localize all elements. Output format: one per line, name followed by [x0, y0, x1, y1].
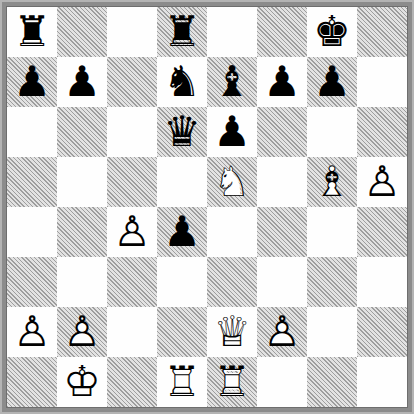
square-a2[interactable]: ♟♙ [7, 307, 57, 357]
piece-black-pawn[interactable]: ♟ [57, 57, 107, 107]
square-g1[interactable] [307, 357, 357, 407]
square-a8[interactable]: ♜ [7, 7, 57, 57]
piece-white-bishop[interactable]: ♝♗ [307, 157, 357, 207]
square-h1[interactable] [357, 357, 407, 407]
bR-glyph: ♜ [7, 7, 57, 57]
square-e1[interactable]: ♜♖ [207, 357, 257, 407]
bB-glyph: ♝ [207, 57, 257, 107]
square-a4[interactable] [7, 207, 57, 257]
square-h3[interactable] [357, 257, 407, 307]
square-e7[interactable]: ♝ [207, 57, 257, 107]
square-a3[interactable] [7, 257, 57, 307]
square-f2[interactable]: ♟♙ [257, 307, 307, 357]
square-d3[interactable] [157, 257, 207, 307]
wB-glyph: ♗ [307, 157, 357, 207]
square-d5[interactable] [157, 157, 207, 207]
square-e5[interactable]: ♞♘ [207, 157, 257, 207]
square-g3[interactable] [307, 257, 357, 307]
square-b7[interactable]: ♟ [57, 57, 107, 107]
square-c2[interactable] [107, 307, 157, 357]
square-f1[interactable] [257, 357, 307, 407]
bP-glyph: ♟ [207, 107, 257, 157]
square-b4[interactable] [57, 207, 107, 257]
bR-glyph: ♜ [157, 7, 207, 57]
square-f8[interactable] [257, 7, 307, 57]
piece-white-rook[interactable]: ♜♖ [207, 357, 257, 407]
bP-glyph: ♟ [257, 57, 307, 107]
square-d1[interactable]: ♜♖ [157, 357, 207, 407]
square-g5[interactable]: ♝♗ [307, 157, 357, 207]
wN-glyph: ♘ [207, 157, 257, 207]
piece-black-pawn[interactable]: ♟ [207, 107, 257, 157]
square-c7[interactable] [107, 57, 157, 107]
square-h5[interactable]: ♟♙ [357, 157, 407, 207]
square-c3[interactable] [107, 257, 157, 307]
square-f6[interactable] [257, 107, 307, 157]
piece-white-pawn[interactable]: ♟♙ [57, 307, 107, 357]
board-frame: ♜♜♚♟♟♞♝♟♟♛♟♞♘♝♗♟♙♟♙♟♟♙♟♙♛♕♟♙♚♔♜♖♜♖ [0, 0, 414, 414]
square-a5[interactable] [7, 157, 57, 207]
square-h7[interactable] [357, 57, 407, 107]
square-b5[interactable] [57, 157, 107, 207]
board-inner-edge: ♜♜♚♟♟♞♝♟♟♛♟♞♘♝♗♟♙♟♙♟♟♙♟♙♛♕♟♙♚♔♜♖♜♖ [6, 6, 408, 408]
piece-black-pawn[interactable]: ♟ [257, 57, 307, 107]
square-b8[interactable] [57, 7, 107, 57]
square-b6[interactable] [57, 107, 107, 157]
wQ-glyph: ♕ [207, 307, 257, 357]
wR-glyph: ♖ [157, 357, 207, 407]
square-g8[interactable]: ♚ [307, 7, 357, 57]
piece-white-knight[interactable]: ♞♘ [207, 157, 257, 207]
square-g2[interactable] [307, 307, 357, 357]
piece-white-rook[interactable]: ♜♖ [157, 357, 207, 407]
square-c4[interactable]: ♟♙ [107, 207, 157, 257]
square-e2[interactable]: ♛♕ [207, 307, 257, 357]
square-d6[interactable]: ♛ [157, 107, 207, 157]
square-h6[interactable] [357, 107, 407, 157]
square-f5[interactable] [257, 157, 307, 207]
piece-white-pawn[interactable]: ♟♙ [357, 157, 407, 207]
piece-white-pawn[interactable]: ♟♙ [7, 307, 57, 357]
bP-glyph: ♟ [7, 57, 57, 107]
square-e3[interactable] [207, 257, 257, 307]
piece-black-rook[interactable]: ♜ [7, 7, 57, 57]
wK-glyph: ♔ [57, 357, 107, 407]
square-f7[interactable]: ♟ [257, 57, 307, 107]
square-a7[interactable]: ♟ [7, 57, 57, 107]
square-b3[interactable] [57, 257, 107, 307]
square-d2[interactable] [157, 307, 207, 357]
piece-black-knight[interactable]: ♞ [157, 57, 207, 107]
piece-white-king[interactable]: ♚♔ [57, 357, 107, 407]
square-b1[interactable]: ♚♔ [57, 357, 107, 407]
piece-white-pawn[interactable]: ♟♙ [257, 307, 307, 357]
wP-glyph: ♙ [7, 307, 57, 357]
bP-glyph: ♟ [307, 57, 357, 107]
square-f3[interactable] [257, 257, 307, 307]
square-g6[interactable] [307, 107, 357, 157]
square-a6[interactable] [7, 107, 57, 157]
square-b2[interactable]: ♟♙ [57, 307, 107, 357]
bK-glyph: ♚ [307, 7, 357, 57]
piece-black-queen[interactable]: ♛ [157, 107, 207, 157]
piece-white-pawn[interactable]: ♟♙ [107, 207, 157, 257]
piece-black-pawn[interactable]: ♟ [307, 57, 357, 107]
square-e4[interactable] [207, 207, 257, 257]
square-e6[interactable]: ♟ [207, 107, 257, 157]
wR-glyph: ♖ [207, 357, 257, 407]
piece-white-queen[interactable]: ♛♕ [207, 307, 257, 357]
square-c1[interactable] [107, 357, 157, 407]
wP-glyph: ♙ [57, 307, 107, 357]
square-f4[interactable] [257, 207, 307, 257]
piece-black-rook[interactable]: ♜ [157, 7, 207, 57]
square-d7[interactable]: ♞ [157, 57, 207, 107]
square-d8[interactable]: ♜ [157, 7, 207, 57]
wP-glyph: ♙ [257, 307, 307, 357]
square-c8[interactable] [107, 7, 157, 57]
square-e8[interactable] [207, 7, 257, 57]
square-g7[interactable]: ♟ [307, 57, 357, 107]
square-h2[interactable] [357, 307, 407, 357]
square-g4[interactable] [307, 207, 357, 257]
wP-glyph: ♙ [357, 157, 407, 207]
piece-black-king[interactable]: ♚ [307, 7, 357, 57]
piece-black-pawn[interactable]: ♟ [157, 207, 207, 257]
bP-glyph: ♟ [157, 207, 207, 257]
bQ-glyph: ♛ [157, 107, 207, 157]
square-h4[interactable] [357, 207, 407, 257]
square-c5[interactable] [107, 157, 157, 207]
wP-glyph: ♙ [107, 207, 157, 257]
piece-black-bishop[interactable]: ♝ [207, 57, 257, 107]
bP-glyph: ♟ [57, 57, 107, 107]
chess-board: ♜♜♚♟♟♞♝♟♟♛♟♞♘♝♗♟♙♟♙♟♟♙♟♙♛♕♟♙♚♔♜♖♜♖ [7, 7, 407, 407]
square-d4[interactable]: ♟ [157, 207, 207, 257]
square-h8[interactable] [357, 7, 407, 57]
square-c6[interactable] [107, 107, 157, 157]
piece-black-pawn[interactable]: ♟ [7, 57, 57, 107]
bN-glyph: ♞ [157, 57, 207, 107]
square-a1[interactable] [7, 357, 57, 407]
